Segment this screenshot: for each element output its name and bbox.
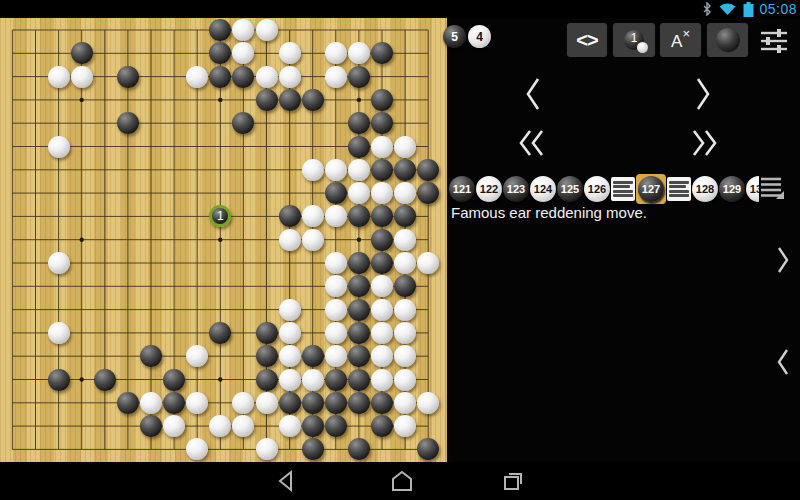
- settings-sliders-icon[interactable]: [760, 28, 788, 54]
- white-captures-badge: 4: [468, 25, 491, 48]
- white-stone: [256, 19, 278, 41]
- black-stone: [94, 369, 116, 391]
- black-stone: [348, 322, 370, 344]
- white-stone: [186, 66, 208, 88]
- white-stone: [256, 392, 278, 414]
- labels-button[interactable]: A×: [660, 23, 701, 57]
- move-list-item-126[interactable]: 126: [584, 176, 610, 202]
- black-stone: [117, 392, 139, 414]
- app-screen: 05:08 1 5 4 <> A×: [0, 0, 800, 500]
- white-stone: [302, 229, 324, 251]
- move-numbers-button[interactable]: [613, 23, 655, 57]
- home-button[interactable]: [390, 469, 414, 493]
- white-stone: [371, 182, 393, 204]
- move-list-item-130[interactable]: 130: [746, 176, 759, 202]
- white-stone: [140, 392, 162, 414]
- black-stone: [302, 392, 324, 414]
- white-stone: [48, 252, 70, 274]
- move-list-item-123[interactable]: 123: [503, 176, 529, 202]
- white-stone: [256, 66, 278, 88]
- white-stone: [279, 369, 301, 391]
- black-stone: [302, 345, 324, 367]
- panel-expand-left-handle[interactable]: [775, 348, 791, 376]
- white-stone: [417, 392, 439, 414]
- black-stone: [371, 159, 393, 181]
- black-stone: [279, 205, 301, 227]
- white-stone: [394, 369, 416, 391]
- white-stone: [279, 345, 301, 367]
- black-stone: [117, 112, 139, 134]
- android-nav-bar: [0, 462, 800, 500]
- white-stone: [371, 299, 393, 321]
- black-stone: [371, 252, 393, 274]
- move-list-item-122[interactable]: 122: [476, 176, 502, 202]
- stone-icon: [716, 28, 740, 52]
- status-bar: 05:08: [0, 0, 800, 18]
- black-stone: [163, 369, 185, 391]
- clock: 05:08: [759, 1, 797, 17]
- white-stone: [279, 42, 301, 64]
- black-stone: [256, 345, 278, 367]
- white-stone: [394, 252, 416, 274]
- white-stone: [371, 369, 393, 391]
- black-stone: [209, 66, 231, 88]
- bluetooth-icon: [702, 2, 712, 16]
- white-stone: [394, 392, 416, 414]
- white-stone: [325, 42, 347, 64]
- black-stone: [48, 369, 70, 391]
- move-list-item-121[interactable]: 121: [449, 176, 475, 202]
- white-stone: [48, 66, 70, 88]
- fast-rewind-button[interactable]: [517, 128, 547, 158]
- white-stone: [348, 182, 370, 204]
- black-stone: [279, 392, 301, 414]
- stone-display-button[interactable]: [707, 23, 748, 57]
- black-captures-badge: 5: [443, 25, 466, 48]
- white-stone: [48, 136, 70, 158]
- back-button[interactable]: [274, 469, 298, 493]
- white-stone: [279, 299, 301, 321]
- white-stone: [394, 322, 416, 344]
- black-stone: [348, 369, 370, 391]
- black-stone: [232, 66, 254, 88]
- move-list-item-129[interactable]: 129: [719, 176, 745, 202]
- black-stone: [348, 66, 370, 88]
- comment-node-icon[interactable]: [667, 177, 691, 201]
- move-list-item-125[interactable]: 125: [557, 176, 583, 202]
- black-stone: [348, 112, 370, 134]
- battery-icon: [743, 2, 754, 17]
- black-stone: [117, 66, 139, 88]
- white-stone: [302, 205, 324, 227]
- white-stone: [371, 136, 393, 158]
- white-stone: [186, 392, 208, 414]
- black-stone: [371, 229, 393, 251]
- white-stone: [394, 299, 416, 321]
- white-stone: [302, 159, 324, 181]
- prev-move-button[interactable]: [523, 76, 543, 112]
- black-stone: [302, 89, 324, 111]
- white-stone: [325, 275, 347, 297]
- white-stone: [279, 322, 301, 344]
- white-stone: [279, 66, 301, 88]
- black-stone: [325, 182, 347, 204]
- white-stone: [71, 66, 93, 88]
- recents-button[interactable]: [501, 469, 525, 493]
- white-stone: [48, 322, 70, 344]
- white-stone: [325, 345, 347, 367]
- white-stone: [279, 229, 301, 251]
- move-list-item-124[interactable]: 124: [530, 176, 556, 202]
- white-stone: [325, 252, 347, 274]
- move-list[interactable]: 121122123124125126127128129130: [449, 173, 759, 205]
- black-stone: [348, 136, 370, 158]
- black-stone: [71, 42, 93, 64]
- black-stone: [325, 392, 347, 414]
- black-stone: [140, 415, 162, 437]
- black-stone: [163, 392, 185, 414]
- black-stone: [256, 369, 278, 391]
- white-stone: [325, 159, 347, 181]
- next-move-button[interactable]: [693, 76, 713, 112]
- white-stone: [348, 159, 370, 181]
- black-stone: [325, 415, 347, 437]
- move-list-item-128[interactable]: 128: [692, 176, 718, 202]
- fast-forward-button[interactable]: [689, 128, 719, 158]
- black-stone: [371, 415, 393, 437]
- variations-glyph: <>: [576, 29, 597, 52]
- white-stone: [279, 415, 301, 437]
- black-stone: [302, 438, 324, 460]
- black-stone: [371, 392, 393, 414]
- move-list-item-selected[interactable]: 127: [636, 174, 666, 204]
- black-stone: [348, 392, 370, 414]
- black-stone: [371, 89, 393, 111]
- black-stone: [348, 299, 370, 321]
- go-board[interactable]: 1: [0, 18, 447, 462]
- labels-icon: A×: [671, 28, 690, 52]
- black-stone: [394, 159, 416, 181]
- black-stone: [279, 89, 301, 111]
- move-comment-text: Famous ear reddening move.: [451, 204, 647, 221]
- white-stone: [325, 66, 347, 88]
- black-stone: [325, 369, 347, 391]
- white-stone: [256, 438, 278, 460]
- panel-expand-right-handle[interactable]: [775, 246, 791, 274]
- variations-button[interactable]: <>: [567, 23, 607, 57]
- white-stone: [325, 299, 347, 321]
- black-stone: [302, 415, 324, 437]
- comment-node-icon[interactable]: [611, 177, 635, 201]
- side-panel: 5 4 <> A×: [447, 18, 800, 462]
- move-list-menu-icon[interactable]: [759, 176, 785, 200]
- black-stone: [348, 252, 370, 274]
- black-stone: [417, 159, 439, 181]
- white-stone: [371, 322, 393, 344]
- white-stone: [394, 136, 416, 158]
- black-stone: [348, 345, 370, 367]
- wifi-icon: [719, 2, 736, 16]
- white-stone: [325, 322, 347, 344]
- white-stone: [394, 229, 416, 251]
- black-stone: [256, 322, 278, 344]
- white-stone: [302, 369, 324, 391]
- black-stone: [256, 89, 278, 111]
- numbered-stone-icon: [624, 30, 644, 50]
